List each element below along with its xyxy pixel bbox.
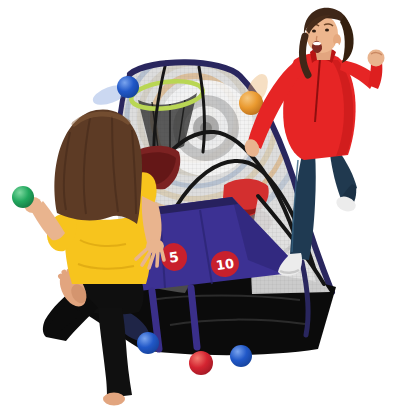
product-photo: 2 5 10 <box>0 0 400 406</box>
girl-left-shirt <box>65 212 151 284</box>
blue-ball-flying <box>117 76 139 98</box>
green-ball-held <box>12 186 34 208</box>
play-scene-illustration: 2 5 10 <box>0 0 400 406</box>
red-ball-on-mat <box>189 351 213 375</box>
girl-left-palm <box>146 239 164 253</box>
blue-ball-on-mat-left <box>137 332 159 354</box>
girl-left-standing-foot <box>103 393 125 406</box>
score-number-10: 10 <box>215 256 235 274</box>
blue-ball-on-mat-right <box>230 345 252 367</box>
girl-right-earring <box>335 43 339 47</box>
